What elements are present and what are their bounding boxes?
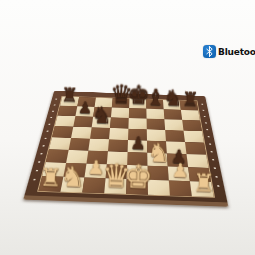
square-g8[interactable]: ♞ [163, 100, 181, 110]
white-rook-h1[interactable]: ♜ [192, 171, 215, 196]
square-b5[interactable] [71, 127, 92, 139]
chess-board: ♜♛♚♝♞♜♟♞♟♞♟♟♟♜♞♛♚♜ [38, 50, 218, 230]
black-pawn-b7[interactable]: ♟ [77, 100, 92, 116]
square-f6[interactable] [147, 119, 166, 130]
white-pawn-g2[interactable]: ♟ [171, 161, 189, 180]
square-g7[interactable] [164, 109, 183, 120]
square-h1[interactable]: ♜ [190, 181, 214, 197]
bluetooth-logo: Bluetooth ® [203, 45, 255, 58]
square-d4[interactable] [108, 139, 128, 152]
board-squares: ♜♛♚♝♞♜♟♞♟♞♟♟♟♜♞♛♚♜ [39, 96, 214, 197]
square-e7[interactable] [129, 108, 147, 119]
black-knight-g8[interactable]: ♞ [162, 87, 182, 109]
black-rook-h8[interactable]: ♜ [181, 90, 199, 110]
square-g2[interactable]: ♟ [168, 166, 190, 181]
square-d5[interactable] [109, 128, 128, 140]
square-e8[interactable]: ♚ [129, 99, 146, 109]
square-h5[interactable] [184, 131, 204, 143]
square-h4[interactable] [185, 142, 206, 155]
black-rook-a8[interactable]: ♜ [60, 86, 78, 106]
square-h8[interactable]: ♜ [180, 100, 198, 110]
square-b1[interactable]: ♞ [60, 177, 84, 193]
square-c5[interactable] [90, 127, 110, 139]
square-e6[interactable] [128, 118, 146, 129]
white-rook-a1[interactable]: ♜ [39, 166, 62, 191]
bluetooth-label: Bluetooth [218, 47, 255, 57]
square-h7[interactable] [181, 110, 200, 121]
square-a8[interactable]: ♜ [60, 96, 79, 106]
square-g1[interactable] [169, 180, 192, 196]
board-frame: ♜♛♚♝♞♜♟♞♟♞♟♟♟♜♞♛♚♜ [23, 91, 228, 207]
square-c6[interactable]: ♞ [92, 117, 111, 128]
square-h3[interactable] [187, 154, 209, 168]
white-king-e1[interactable]: ♚ [123, 161, 153, 194]
square-a6[interactable] [55, 116, 75, 127]
square-h6[interactable] [182, 120, 202, 131]
square-g6[interactable] [164, 119, 183, 130]
square-d7[interactable] [111, 108, 129, 119]
product-photo: ♜♛♚♝♞♜♟♞♟♞♟♟♟♜♞♛♚♜ Bluetooth ® [0, 0, 255, 255]
white-knight-b1[interactable]: ♞ [59, 163, 85, 191]
square-d6[interactable] [110, 117, 129, 128]
square-b4[interactable] [69, 138, 90, 151]
black-knight-c6[interactable]: ♞ [91, 104, 113, 128]
square-f7[interactable] [146, 109, 164, 120]
black-pawn-e4[interactable]: ♟ [130, 134, 146, 152]
bluetooth-icon [203, 45, 216, 58]
square-f8[interactable]: ♝ [146, 99, 163, 109]
square-a5[interactable] [52, 126, 73, 138]
square-a7[interactable] [58, 106, 78, 117]
square-c4[interactable] [88, 139, 109, 152]
square-e4[interactable]: ♟ [128, 140, 148, 153]
square-a4[interactable] [49, 137, 71, 150]
square-e1[interactable]: ♚ [126, 179, 148, 195]
